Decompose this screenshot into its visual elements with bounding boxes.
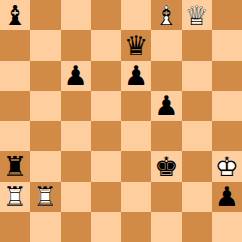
square-a8[interactable]: ♝ (0, 0, 30, 30)
square-a2[interactable]: ♜♖ (0, 182, 30, 212)
square-e4[interactable] (121, 121, 151, 151)
square-e7[interactable]: ♛ (121, 30, 151, 60)
white-king[interactable]: ♚♔ (212, 151, 242, 181)
square-h6[interactable] (212, 61, 242, 91)
square-c4[interactable] (61, 121, 91, 151)
square-f8[interactable]: ♝♗ (151, 0, 181, 30)
piece-glyph: ♜ (0, 151, 30, 181)
square-g1[interactable] (182, 212, 212, 242)
square-a3[interactable]: ♜ (0, 151, 30, 181)
square-g3[interactable] (182, 151, 212, 181)
square-c2[interactable] (61, 182, 91, 212)
square-g4[interactable] (182, 121, 212, 151)
square-f4[interactable] (151, 121, 181, 151)
square-b3[interactable] (30, 151, 60, 181)
square-g5[interactable] (182, 91, 212, 121)
square-b1[interactable] (30, 212, 60, 242)
piece-glyph: ♟ (121, 61, 151, 91)
square-e2[interactable] (121, 182, 151, 212)
square-a1[interactable] (0, 212, 30, 242)
square-e1[interactable] (121, 212, 151, 242)
white-rook[interactable]: ♜♖ (0, 182, 30, 212)
black-queen[interactable]: ♛ (121, 30, 151, 60)
square-h1[interactable] (212, 212, 242, 242)
white-bishop[interactable]: ♝♗ (151, 0, 181, 30)
square-b2[interactable]: ♜♖ (30, 182, 60, 212)
piece-glyph: ♟ (61, 61, 91, 91)
white-queen[interactable]: ♛♕ (182, 0, 212, 30)
square-c7[interactable] (61, 30, 91, 60)
square-c3[interactable] (61, 151, 91, 181)
square-f6[interactable] (151, 61, 181, 91)
black-pawn[interactable]: ♟ (121, 61, 151, 91)
square-a6[interactable] (0, 61, 30, 91)
square-c1[interactable] (61, 212, 91, 242)
square-h3[interactable]: ♚♔ (212, 151, 242, 181)
piece-glyph: ♟ (212, 182, 242, 212)
black-rook[interactable]: ♜ (0, 151, 30, 181)
square-h2[interactable]: ♟ (212, 182, 242, 212)
black-king[interactable]: ♚ (151, 151, 181, 181)
piece-glyph: ♔ (212, 151, 242, 181)
square-f7[interactable] (151, 30, 181, 60)
square-b4[interactable] (30, 121, 60, 151)
square-h8[interactable] (212, 0, 242, 30)
square-d5[interactable] (91, 91, 121, 121)
square-c5[interactable] (61, 91, 91, 121)
square-b6[interactable] (30, 61, 60, 91)
white-rook[interactable]: ♜♖ (30, 182, 60, 212)
square-a4[interactable] (0, 121, 30, 151)
square-h4[interactable] (212, 121, 242, 151)
square-e8[interactable] (121, 0, 151, 30)
square-d3[interactable] (91, 151, 121, 181)
piece-glyph: ♟ (151, 91, 181, 121)
piece-glyph: ♝ (0, 0, 30, 30)
square-b8[interactable] (30, 0, 60, 30)
piece-glyph: ♗ (151, 0, 181, 30)
piece-glyph: ♖ (30, 182, 60, 212)
square-f3[interactable]: ♚ (151, 151, 181, 181)
square-d6[interactable] (91, 61, 121, 91)
square-h5[interactable] (212, 91, 242, 121)
piece-glyph: ♕ (182, 0, 212, 30)
square-d8[interactable] (91, 0, 121, 30)
chess-board: ♝♝♗♛♕♛♟♟♟♜♚♚♔♜♖♜♖♟ (0, 0, 242, 242)
square-f1[interactable] (151, 212, 181, 242)
square-f5[interactable]: ♟ (151, 91, 181, 121)
square-b5[interactable] (30, 91, 60, 121)
square-b7[interactable] (30, 30, 60, 60)
square-d2[interactable] (91, 182, 121, 212)
square-g6[interactable] (182, 61, 212, 91)
square-g2[interactable] (182, 182, 212, 212)
black-pawn[interactable]: ♟ (151, 91, 181, 121)
square-e6[interactable]: ♟ (121, 61, 151, 91)
square-d4[interactable] (91, 121, 121, 151)
square-a5[interactable] (0, 91, 30, 121)
square-g7[interactable] (182, 30, 212, 60)
square-h7[interactable] (212, 30, 242, 60)
square-c6[interactable]: ♟ (61, 61, 91, 91)
square-d1[interactable] (91, 212, 121, 242)
piece-glyph: ♚ (151, 151, 181, 181)
piece-glyph: ♖ (0, 182, 30, 212)
square-d7[interactable] (91, 30, 121, 60)
square-a7[interactable] (0, 30, 30, 60)
square-f2[interactable] (151, 182, 181, 212)
square-e5[interactable] (121, 91, 151, 121)
square-c8[interactable] (61, 0, 91, 30)
piece-glyph: ♛ (121, 30, 151, 60)
black-bishop[interactable]: ♝ (0, 0, 30, 30)
square-e3[interactable] (121, 151, 151, 181)
black-pawn[interactable]: ♟ (61, 61, 91, 91)
black-pawn[interactable]: ♟ (212, 182, 242, 212)
square-g8[interactable]: ♛♕ (182, 0, 212, 30)
